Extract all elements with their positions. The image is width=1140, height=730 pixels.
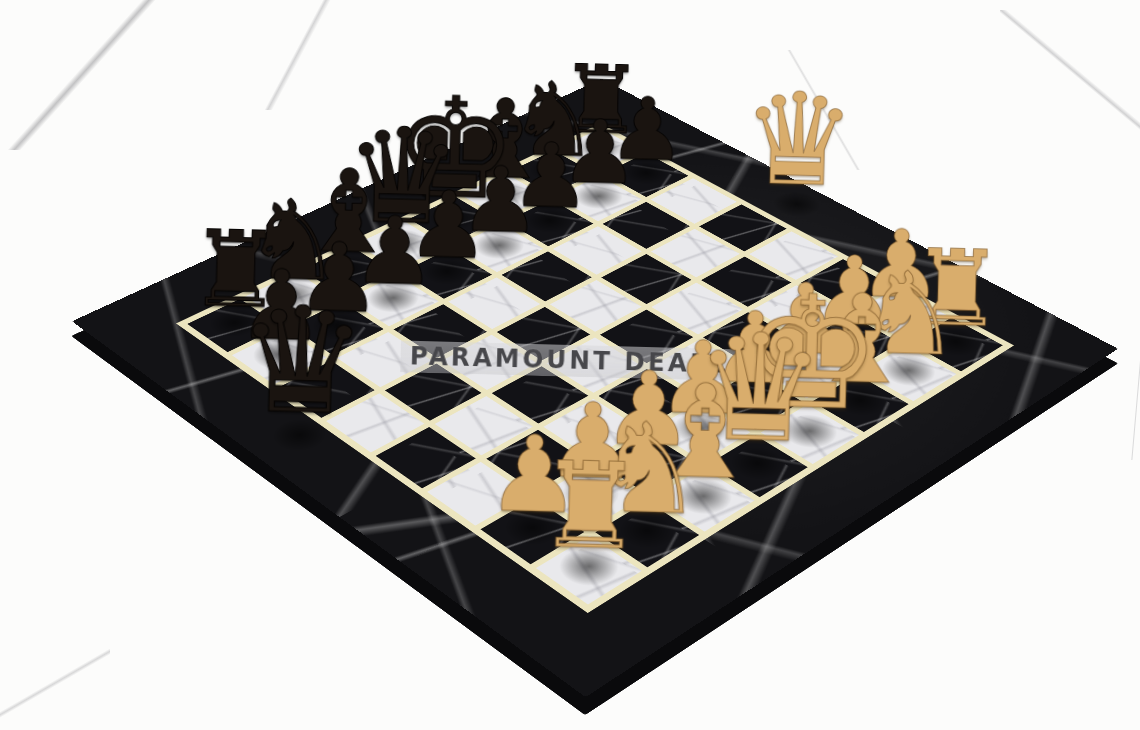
chess-board: PARAMOUNT DEALZ ♜♞♝♛♚♝♞♜♟♟♟♟♟♟♟♟♟♟♟♟♟♟♟♟… bbox=[72, 79, 1118, 697]
pieces-layer: PARAMOUNT DEALZ ♜♞♝♛♚♝♞♜♟♟♟♟♟♟♟♟♟♟♟♟♟♟♟♟… bbox=[72, 79, 1118, 697]
white-queen-glyph: ♛ bbox=[740, 75, 857, 205]
camera-tilt-wrapper: PARAMOUNT DEALZ ♜♞♝♛♚♝♞♜♟♟♟♟♟♟♟♟♟♟♟♟♟♟♟♟… bbox=[0, 0, 1140, 730]
black-queen-glyph: ♛ bbox=[234, 287, 369, 437]
white-rook-glyph: ♜ bbox=[536, 446, 646, 568]
